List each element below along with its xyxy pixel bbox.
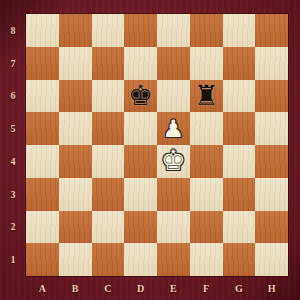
square-g8[interactable] xyxy=(223,14,256,47)
square-c8[interactable] xyxy=(92,14,125,47)
rank-label-8: 8 xyxy=(0,14,26,47)
square-h7[interactable] xyxy=(255,47,288,80)
square-g1[interactable] xyxy=(223,243,256,276)
square-c3[interactable] xyxy=(92,178,125,211)
square-a3[interactable] xyxy=(26,178,59,211)
square-b6[interactable] xyxy=(59,80,92,113)
square-d7[interactable] xyxy=(124,47,157,80)
square-a4[interactable] xyxy=(26,145,59,178)
square-e8[interactable] xyxy=(157,14,190,47)
square-e7[interactable] xyxy=(157,47,190,80)
square-f6[interactable]: ♜ xyxy=(190,80,223,113)
square-d1[interactable] xyxy=(124,243,157,276)
square-h5[interactable] xyxy=(255,112,288,145)
square-c1[interactable] xyxy=(92,243,125,276)
square-e4[interactable]: ♚ xyxy=(157,145,190,178)
square-c7[interactable] xyxy=(92,47,125,80)
square-e5[interactable]: ♟ xyxy=(157,112,190,145)
chess-board-frame: 87654321 ABCDEFGH ♚♜♟♚ xyxy=(0,0,300,300)
square-g6[interactable] xyxy=(223,80,256,113)
white-pawn-piece[interactable]: ♟ xyxy=(163,117,185,141)
chess-board[interactable]: ♚♜♟♚ xyxy=(26,14,288,276)
white-king-piece[interactable]: ♚ xyxy=(161,147,186,175)
square-d2[interactable] xyxy=(124,211,157,244)
rank-label-7: 7 xyxy=(0,47,26,80)
square-c4[interactable] xyxy=(92,145,125,178)
rank-label-3: 3 xyxy=(0,178,26,211)
square-h4[interactable] xyxy=(255,145,288,178)
square-f5[interactable] xyxy=(190,112,223,145)
black-rook-piece[interactable]: ♜ xyxy=(194,82,219,110)
square-a6[interactable] xyxy=(26,80,59,113)
square-e3[interactable] xyxy=(157,178,190,211)
square-a7[interactable] xyxy=(26,47,59,80)
square-f3[interactable] xyxy=(190,178,223,211)
square-b1[interactable] xyxy=(59,243,92,276)
square-d4[interactable] xyxy=(124,145,157,178)
square-c5[interactable] xyxy=(92,112,125,145)
file-labels: ABCDEFGH xyxy=(26,276,288,300)
square-h2[interactable] xyxy=(255,211,288,244)
square-a1[interactable] xyxy=(26,243,59,276)
square-g4[interactable] xyxy=(223,145,256,178)
square-e6[interactable] xyxy=(157,80,190,113)
square-b8[interactable] xyxy=(59,14,92,47)
file-label-d: D xyxy=(124,276,157,300)
square-g2[interactable] xyxy=(223,211,256,244)
square-f1[interactable] xyxy=(190,243,223,276)
square-h8[interactable] xyxy=(255,14,288,47)
square-g3[interactable] xyxy=(223,178,256,211)
rank-labels: 87654321 xyxy=(0,14,26,276)
square-c2[interactable] xyxy=(92,211,125,244)
square-h6[interactable] xyxy=(255,80,288,113)
file-label-f: F xyxy=(190,276,223,300)
square-c6[interactable] xyxy=(92,80,125,113)
square-b5[interactable] xyxy=(59,112,92,145)
square-g7[interactable] xyxy=(223,47,256,80)
square-b7[interactable] xyxy=(59,47,92,80)
square-b2[interactable] xyxy=(59,211,92,244)
square-d3[interactable] xyxy=(124,178,157,211)
square-a8[interactable] xyxy=(26,14,59,47)
square-d8[interactable] xyxy=(124,14,157,47)
file-label-b: B xyxy=(59,276,92,300)
square-h1[interactable] xyxy=(255,243,288,276)
file-label-a: A xyxy=(26,276,59,300)
square-f2[interactable] xyxy=(190,211,223,244)
square-h3[interactable] xyxy=(255,178,288,211)
rank-label-6: 6 xyxy=(0,80,26,113)
square-e2[interactable] xyxy=(157,211,190,244)
square-e1[interactable] xyxy=(157,243,190,276)
file-label-c: C xyxy=(92,276,125,300)
rank-label-5: 5 xyxy=(0,112,26,145)
file-label-e: E xyxy=(157,276,190,300)
rank-label-4: 4 xyxy=(0,145,26,178)
black-king-piece[interactable]: ♚ xyxy=(128,82,153,110)
square-f4[interactable] xyxy=(190,145,223,178)
file-label-h: H xyxy=(255,276,288,300)
file-label-g: G xyxy=(223,276,256,300)
square-f8[interactable] xyxy=(190,14,223,47)
square-b4[interactable] xyxy=(59,145,92,178)
square-d6[interactable]: ♚ xyxy=(124,80,157,113)
square-a2[interactable] xyxy=(26,211,59,244)
square-g5[interactable] xyxy=(223,112,256,145)
rank-label-2: 2 xyxy=(0,211,26,244)
square-b3[interactable] xyxy=(59,178,92,211)
rank-label-1: 1 xyxy=(0,243,26,276)
square-d5[interactable] xyxy=(124,112,157,145)
square-a5[interactable] xyxy=(26,112,59,145)
square-f7[interactable] xyxy=(190,47,223,80)
